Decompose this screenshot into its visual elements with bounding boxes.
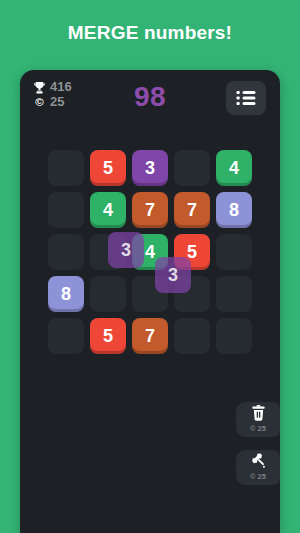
board: 53447784585733 (48, 150, 252, 354)
hammer-cost-value: 25 (258, 472, 266, 481)
cell-r1c3: 7 (174, 192, 210, 228)
coin-icon: © (250, 470, 256, 483)
tile-5-r0c1[interactable]: 5 (90, 150, 126, 186)
cell-r2c0 (48, 234, 84, 270)
hammer-powerup-button[interactable]: © 25 (236, 450, 280, 485)
tile-5-r4c1[interactable]: 5 (90, 318, 126, 354)
menu-button[interactable] (226, 81, 266, 115)
cell-r0c4: 4 (216, 150, 252, 186)
trash-powerup-button[interactable]: © 25 (236, 402, 280, 437)
game-panel: 416 © 25 98 53447784585733 (20, 70, 280, 533)
cell-r0c1: 5 (90, 150, 126, 186)
trash-cost: © 25 (250, 422, 266, 435)
floating-tile-3-0[interactable]: 3 (108, 232, 144, 268)
cell-r1c4: 8 (216, 192, 252, 228)
trash-cost-value: 25 (258, 424, 266, 433)
hammer-cost: © 25 (250, 470, 266, 483)
cell-r3c4 (216, 276, 252, 312)
cell-r4c2: 7 (132, 318, 168, 354)
hammer-icon (250, 453, 267, 469)
coin-icon: © (250, 422, 256, 435)
cell-r3c0: 8 (48, 276, 84, 312)
tile-7-r1c3[interactable]: 7 (174, 192, 210, 228)
cell-r3c1 (90, 276, 126, 312)
list-menu-icon (236, 90, 256, 106)
cell-r4c4 (216, 318, 252, 354)
cell-r2c4 (216, 234, 252, 270)
cell-r4c0 (48, 318, 84, 354)
tile-8-r1c4[interactable]: 8 (216, 192, 252, 228)
tile-3-r0c2[interactable]: 3 (132, 150, 168, 186)
tile-8-r3c0[interactable]: 8 (48, 276, 84, 312)
tile-4-r1c1[interactable]: 4 (90, 192, 126, 228)
trash-icon (251, 405, 266, 421)
tile-7-r1c2[interactable]: 7 (132, 192, 168, 228)
app-screen: MERGE numbers! 416 © 25 98 (0, 0, 300, 533)
cell-r0c3 (174, 150, 210, 186)
cell-r0c2: 3 (132, 150, 168, 186)
tile-7-r4c2[interactable]: 7 (132, 318, 168, 354)
cell-r4c3 (174, 318, 210, 354)
cell-r4c1: 5 (90, 318, 126, 354)
cell-r0c0 (48, 150, 84, 186)
cell-r1c1: 4 (90, 192, 126, 228)
floating-tile-3-1[interactable]: 3 (155, 257, 191, 293)
cell-r1c2: 7 (132, 192, 168, 228)
cell-r1c0 (48, 192, 84, 228)
tile-4-r0c4[interactable]: 4 (216, 150, 252, 186)
page-title: MERGE numbers! (0, 22, 300, 44)
